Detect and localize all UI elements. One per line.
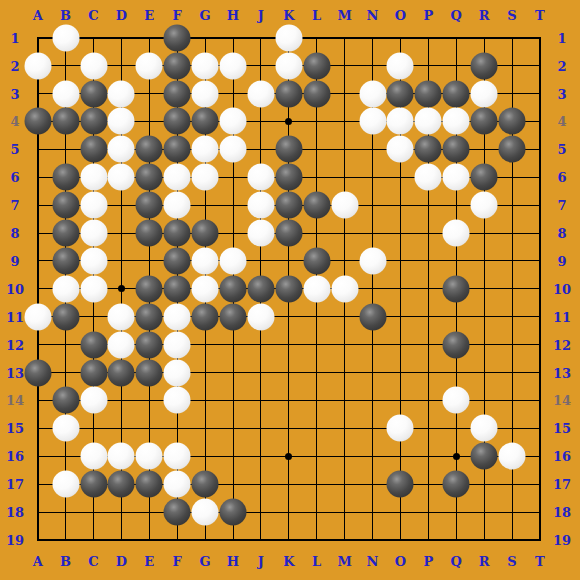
black-stone-L9	[303, 247, 330, 274]
white-stone-S16	[499, 443, 526, 470]
column-label-Q: Q	[451, 8, 462, 23]
black-stone-C3	[80, 80, 107, 107]
black-stone-F18	[164, 499, 191, 526]
star-point-D10	[118, 285, 125, 292]
row-label-8: 8	[10, 226, 19, 241]
black-stone-K8	[275, 220, 302, 247]
black-stone-Q17	[443, 471, 470, 498]
black-stone-S4	[499, 108, 526, 135]
white-stone-M7	[331, 192, 358, 219]
white-stone-F17	[164, 471, 191, 498]
black-stone-F5	[164, 136, 191, 163]
column-label-J: J	[258, 554, 264, 569]
row-label-6: 6	[10, 170, 19, 185]
row-label-12: 12	[553, 337, 571, 352]
row-label-2: 2	[10, 58, 19, 73]
row-label-3: 3	[557, 86, 566, 101]
white-stone-N4	[359, 108, 386, 135]
white-stone-J7	[247, 192, 274, 219]
black-stone-A13	[24, 359, 51, 386]
white-stone-C14	[80, 387, 107, 414]
grid-line-horizontal	[37, 512, 541, 513]
row-label-7: 7	[10, 198, 19, 213]
column-label-P: P	[423, 8, 433, 23]
column-label-M: M	[337, 8, 351, 23]
star-point-K4	[285, 118, 292, 125]
row-label-5: 5	[10, 142, 19, 157]
black-stone-C12	[80, 331, 107, 358]
white-stone-B1	[52, 24, 79, 51]
row-label-16: 16	[6, 449, 24, 464]
white-stone-K2	[275, 52, 302, 79]
white-stone-P4	[415, 108, 442, 135]
column-label-A: A	[33, 8, 43, 23]
black-stone-E6	[136, 164, 163, 191]
white-stone-D4	[108, 108, 135, 135]
black-stone-F4	[164, 108, 191, 135]
row-label-3: 3	[10, 86, 19, 101]
black-stone-S5	[499, 136, 526, 163]
white-stone-O2	[387, 52, 414, 79]
black-stone-F2	[164, 52, 191, 79]
column-label-T: T	[535, 554, 545, 569]
white-stone-D11	[108, 303, 135, 330]
row-label-18: 18	[6, 505, 24, 520]
black-stone-L3	[303, 80, 330, 107]
black-stone-B14	[52, 387, 79, 414]
black-stone-L2	[303, 52, 330, 79]
column-label-G: G	[200, 8, 211, 23]
white-stone-Q4	[443, 108, 470, 135]
black-stone-A4	[24, 108, 51, 135]
row-label-19: 19	[6, 532, 24, 547]
black-stone-R6	[471, 164, 498, 191]
black-stone-G4	[192, 108, 219, 135]
column-label-H: H	[227, 8, 239, 23]
column-label-O: O	[395, 8, 406, 23]
row-label-14: 14	[553, 393, 571, 408]
row-label-11: 11	[6, 309, 24, 324]
white-stone-C7	[80, 192, 107, 219]
black-stone-O3	[387, 80, 414, 107]
white-stone-C6	[80, 164, 107, 191]
row-label-13: 13	[6, 365, 24, 380]
white-stone-K1	[275, 24, 302, 51]
white-stone-C9	[80, 247, 107, 274]
white-stone-A11	[24, 303, 51, 330]
white-stone-F7	[164, 192, 191, 219]
goban[interactable]: ABCDEFGHJKLMNOPQRST ABCDEFGHJKLMNOPQRST …	[0, 0, 580, 580]
row-label-15: 15	[6, 421, 24, 436]
black-stone-F9	[164, 247, 191, 274]
black-stone-R16	[471, 443, 498, 470]
column-label-H: H	[227, 554, 239, 569]
white-stone-B10	[52, 275, 79, 302]
black-stone-D17	[108, 471, 135, 498]
column-label-O: O	[395, 554, 406, 569]
column-label-N: N	[367, 554, 379, 569]
white-stone-H2	[220, 52, 247, 79]
column-label-F: F	[173, 554, 182, 569]
column-label-L: L	[312, 554, 321, 569]
black-stone-B8	[52, 220, 79, 247]
grid-line-horizontal	[37, 539, 541, 541]
black-stone-Q3	[443, 80, 470, 107]
column-label-C: C	[88, 554, 98, 569]
row-label-8: 8	[557, 226, 566, 241]
black-stone-E7	[136, 192, 163, 219]
black-stone-F3	[164, 80, 191, 107]
black-stone-O17	[387, 471, 414, 498]
column-label-A: A	[33, 554, 43, 569]
black-stone-Q12	[443, 331, 470, 358]
black-stone-B4	[52, 108, 79, 135]
black-stone-Q10	[443, 275, 470, 302]
white-stone-C8	[80, 220, 107, 247]
column-label-R: R	[479, 8, 490, 23]
black-stone-N11	[359, 303, 386, 330]
white-stone-H9	[220, 247, 247, 274]
black-stone-K7	[275, 192, 302, 219]
white-stone-H5	[220, 136, 247, 163]
white-stone-R15	[471, 415, 498, 442]
black-stone-B11	[52, 303, 79, 330]
white-stone-F13	[164, 359, 191, 386]
white-stone-D5	[108, 136, 135, 163]
black-stone-E12	[136, 331, 163, 358]
white-stone-J11	[247, 303, 274, 330]
row-label-4: 4	[557, 114, 566, 129]
column-label-R: R	[479, 554, 490, 569]
black-stone-E17	[136, 471, 163, 498]
black-stone-K3	[275, 80, 302, 107]
row-label-9: 9	[10, 253, 19, 268]
white-stone-F6	[164, 164, 191, 191]
black-stone-J10	[247, 275, 274, 302]
black-stone-C5	[80, 136, 107, 163]
column-label-P: P	[423, 554, 433, 569]
row-label-9: 9	[557, 253, 566, 268]
black-stone-F1	[164, 24, 191, 51]
star-point-Q16	[453, 453, 460, 460]
white-stone-L10	[303, 275, 330, 302]
white-stone-D6	[108, 164, 135, 191]
black-stone-C4	[80, 108, 107, 135]
column-label-E: E	[144, 8, 154, 23]
row-label-14: 14	[6, 393, 24, 408]
white-stone-B17	[52, 471, 79, 498]
column-label-S: S	[507, 8, 516, 23]
white-stone-R3	[471, 80, 498, 107]
row-label-16: 16	[553, 449, 571, 464]
white-stone-F12	[164, 331, 191, 358]
row-label-2: 2	[557, 58, 566, 73]
white-stone-G9	[192, 247, 219, 274]
black-stone-B6	[52, 164, 79, 191]
column-label-D: D	[116, 554, 127, 569]
black-stone-E8	[136, 220, 163, 247]
white-stone-J6	[247, 164, 274, 191]
column-label-E: E	[144, 554, 154, 569]
column-label-B: B	[60, 8, 71, 23]
black-stone-K5	[275, 136, 302, 163]
column-label-K: K	[283, 554, 294, 569]
white-stone-R7	[471, 192, 498, 219]
white-stone-C2	[80, 52, 107, 79]
row-label-15: 15	[553, 421, 571, 436]
black-stone-K10	[275, 275, 302, 302]
white-stone-B3	[52, 80, 79, 107]
white-stone-G18	[192, 499, 219, 526]
row-label-18: 18	[553, 505, 571, 520]
column-label-M: M	[337, 554, 351, 569]
row-label-10: 10	[6, 281, 24, 296]
column-label-G: G	[200, 554, 211, 569]
black-stone-F8	[164, 220, 191, 247]
row-label-10: 10	[553, 281, 571, 296]
black-stone-L7	[303, 192, 330, 219]
white-stone-Q6	[443, 164, 470, 191]
white-stone-C16	[80, 443, 107, 470]
white-stone-B15	[52, 415, 79, 442]
black-stone-H11	[220, 303, 247, 330]
black-stone-R4	[471, 108, 498, 135]
black-stone-B7	[52, 192, 79, 219]
column-label-N: N	[367, 8, 379, 23]
row-label-1: 1	[557, 30, 566, 45]
white-stone-E16	[136, 443, 163, 470]
black-stone-R2	[471, 52, 498, 79]
white-stone-O5	[387, 136, 414, 163]
row-label-13: 13	[553, 365, 571, 380]
column-label-T: T	[535, 8, 545, 23]
row-label-7: 7	[557, 198, 566, 213]
black-stone-Q5	[443, 136, 470, 163]
white-stone-F14	[164, 387, 191, 414]
column-label-B: B	[60, 554, 71, 569]
white-stone-Q14	[443, 387, 470, 414]
white-stone-D3	[108, 80, 135, 107]
row-label-6: 6	[557, 170, 566, 185]
white-stone-N9	[359, 247, 386, 274]
white-stone-G5	[192, 136, 219, 163]
row-label-19: 19	[553, 532, 571, 547]
grid-line-vertical	[539, 37, 541, 541]
row-label-17: 17	[6, 477, 24, 492]
star-point-K16	[285, 453, 292, 460]
white-stone-N3	[359, 80, 386, 107]
column-label-J: J	[258, 8, 264, 23]
white-stone-A2	[24, 52, 51, 79]
black-stone-E10	[136, 275, 163, 302]
white-stone-G6	[192, 164, 219, 191]
white-stone-P6	[415, 164, 442, 191]
white-stone-J8	[247, 220, 274, 247]
white-stone-H4	[220, 108, 247, 135]
black-stone-P5	[415, 136, 442, 163]
column-label-K: K	[283, 8, 294, 23]
white-stone-F11	[164, 303, 191, 330]
white-stone-E2	[136, 52, 163, 79]
black-stone-E13	[136, 359, 163, 386]
black-stone-F10	[164, 275, 191, 302]
black-stone-G17	[192, 471, 219, 498]
white-stone-O15	[387, 415, 414, 442]
white-stone-D12	[108, 331, 135, 358]
white-stone-J3	[247, 80, 274, 107]
column-label-C: C	[88, 8, 98, 23]
white-stone-F16	[164, 443, 191, 470]
black-stone-C17	[80, 471, 107, 498]
row-label-12: 12	[6, 337, 24, 352]
black-stone-K6	[275, 164, 302, 191]
black-stone-H18	[220, 499, 247, 526]
column-label-L: L	[312, 8, 321, 23]
column-label-F: F	[173, 8, 182, 23]
black-stone-B9	[52, 247, 79, 274]
column-label-Q: Q	[451, 554, 462, 569]
row-label-4: 4	[10, 114, 19, 129]
white-stone-G2	[192, 52, 219, 79]
grid-line-horizontal	[37, 428, 541, 429]
white-stone-G10	[192, 275, 219, 302]
row-label-17: 17	[553, 477, 571, 492]
column-label-S: S	[507, 554, 516, 569]
black-stone-D13	[108, 359, 135, 386]
white-stone-D16	[108, 443, 135, 470]
white-stone-C10	[80, 275, 107, 302]
white-stone-M10	[331, 275, 358, 302]
black-stone-G8	[192, 220, 219, 247]
black-stone-H10	[220, 275, 247, 302]
black-stone-E5	[136, 136, 163, 163]
white-stone-Q8	[443, 220, 470, 247]
black-stone-G11	[192, 303, 219, 330]
row-label-1: 1	[10, 30, 19, 45]
column-label-D: D	[116, 8, 127, 23]
white-stone-O4	[387, 108, 414, 135]
white-stone-G3	[192, 80, 219, 107]
black-stone-P3	[415, 80, 442, 107]
black-stone-C13	[80, 359, 107, 386]
row-label-11: 11	[553, 309, 571, 324]
row-label-5: 5	[557, 142, 566, 157]
black-stone-E11	[136, 303, 163, 330]
